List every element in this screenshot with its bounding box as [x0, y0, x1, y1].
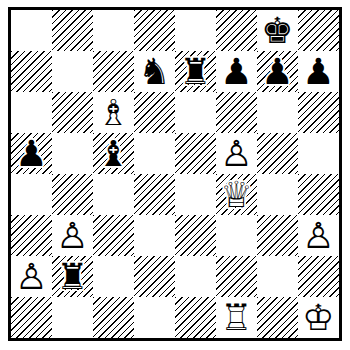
- square-c6[interactable]: ♝♗: [93, 92, 134, 133]
- piece-glyph: ♚: [257, 10, 298, 51]
- square-a8[interactable]: [11, 10, 52, 51]
- square-a7[interactable]: [11, 51, 52, 92]
- square-e6[interactable]: [175, 92, 216, 133]
- black-king-icon[interactable]: ♚♚: [257, 10, 298, 51]
- square-g1[interactable]: [257, 297, 298, 338]
- square-c5[interactable]: ♝♝: [93, 133, 134, 174]
- square-e1[interactable]: [175, 297, 216, 338]
- square-g5[interactable]: [257, 133, 298, 174]
- square-h6[interactable]: [298, 92, 339, 133]
- square-f3[interactable]: [216, 215, 257, 256]
- square-f2[interactable]: [216, 256, 257, 297]
- square-a5[interactable]: ♟♟: [11, 133, 52, 174]
- square-a3[interactable]: [11, 215, 52, 256]
- square-e7[interactable]: ♜♜: [175, 51, 216, 92]
- square-d4[interactable]: [134, 174, 175, 215]
- square-e5[interactable]: [175, 133, 216, 174]
- white-rook-icon[interactable]: ♜♖: [216, 297, 257, 338]
- white-king-icon[interactable]: ♚♔: [298, 297, 339, 338]
- square-f8[interactable]: [216, 10, 257, 51]
- chess-diagram-page: ♚♚♞♞♜♜♟♟♟♟♟♟♝♗♟♟♝♝♟♙♛♕♟♙♟♙♟♙♜♜♜♖♚♔: [0, 0, 350, 350]
- piece-glyph: ♞: [134, 51, 175, 92]
- black-pawn-icon[interactable]: ♟♟: [257, 51, 298, 92]
- square-h5[interactable]: [298, 133, 339, 174]
- piece-glyph: ♜: [175, 51, 216, 92]
- square-c4[interactable]: [93, 174, 134, 215]
- square-g8[interactable]: ♚♚: [257, 10, 298, 51]
- square-f5[interactable]: ♟♙: [216, 133, 257, 174]
- white-pawn-icon[interactable]: ♟♙: [11, 256, 52, 297]
- square-e3[interactable]: [175, 215, 216, 256]
- piece-glyph: ♙: [11, 256, 52, 297]
- black-rook-icon[interactable]: ♜♜: [175, 51, 216, 92]
- square-b8[interactable]: [52, 10, 93, 51]
- piece-glyph: ♟: [298, 51, 339, 92]
- piece-glyph: ♟: [11, 133, 52, 174]
- square-d3[interactable]: [134, 215, 175, 256]
- piece-glyph: ♝: [93, 133, 134, 174]
- white-pawn-icon[interactable]: ♟♙: [52, 215, 93, 256]
- white-bishop-icon[interactable]: ♝♗: [93, 92, 134, 133]
- square-d6[interactable]: [134, 92, 175, 133]
- square-c8[interactable]: [93, 10, 134, 51]
- square-b5[interactable]: [52, 133, 93, 174]
- square-g7[interactable]: ♟♟: [257, 51, 298, 92]
- piece-glyph: ♗: [93, 92, 134, 133]
- square-b1[interactable]: [52, 297, 93, 338]
- square-g4[interactable]: [257, 174, 298, 215]
- square-h3[interactable]: ♟♙: [298, 215, 339, 256]
- square-c3[interactable]: [93, 215, 134, 256]
- black-bishop-icon[interactable]: ♝♝: [93, 133, 134, 174]
- white-queen-icon[interactable]: ♛♕: [216, 174, 257, 215]
- square-a4[interactable]: [11, 174, 52, 215]
- piece-glyph: ♟: [216, 51, 257, 92]
- white-pawn-icon[interactable]: ♟♙: [298, 215, 339, 256]
- square-d2[interactable]: [134, 256, 175, 297]
- piece-glyph: ♟: [257, 51, 298, 92]
- square-h4[interactable]: [298, 174, 339, 215]
- square-g6[interactable]: [257, 92, 298, 133]
- black-rook-icon[interactable]: ♜♜: [52, 256, 93, 297]
- square-e2[interactable]: [175, 256, 216, 297]
- piece-glyph: ♙: [298, 215, 339, 256]
- square-h7[interactable]: ♟♟: [298, 51, 339, 92]
- square-a6[interactable]: [11, 92, 52, 133]
- square-c1[interactable]: [93, 297, 134, 338]
- square-f4[interactable]: ♛♕: [216, 174, 257, 215]
- piece-glyph: ♔: [298, 297, 339, 338]
- square-e4[interactable]: [175, 174, 216, 215]
- square-g2[interactable]: [257, 256, 298, 297]
- square-f7[interactable]: ♟♟: [216, 51, 257, 92]
- square-c2[interactable]: [93, 256, 134, 297]
- piece-glyph: ♙: [216, 133, 257, 174]
- square-f6[interactable]: [216, 92, 257, 133]
- square-c7[interactable]: [93, 51, 134, 92]
- black-pawn-icon[interactable]: ♟♟: [298, 51, 339, 92]
- chess-board: ♚♚♞♞♜♜♟♟♟♟♟♟♝♗♟♟♝♝♟♙♛♕♟♙♟♙♟♙♜♜♜♖♚♔: [8, 7, 342, 341]
- square-g3[interactable]: [257, 215, 298, 256]
- square-d7[interactable]: ♞♞: [134, 51, 175, 92]
- square-h8[interactable]: [298, 10, 339, 51]
- piece-glyph: ♜: [52, 256, 93, 297]
- square-e8[interactable]: [175, 10, 216, 51]
- black-knight-icon[interactable]: ♞♞: [134, 51, 175, 92]
- white-pawn-icon[interactable]: ♟♙: [216, 133, 257, 174]
- square-a2[interactable]: ♟♙: [11, 256, 52, 297]
- square-b3[interactable]: ♟♙: [52, 215, 93, 256]
- square-a1[interactable]: [11, 297, 52, 338]
- square-d1[interactable]: [134, 297, 175, 338]
- piece-glyph: ♖: [216, 297, 257, 338]
- square-b6[interactable]: [52, 92, 93, 133]
- square-b7[interactable]: [52, 51, 93, 92]
- piece-glyph: ♕: [216, 174, 257, 215]
- square-d8[interactable]: [134, 10, 175, 51]
- black-pawn-icon[interactable]: ♟♟: [11, 133, 52, 174]
- square-h1[interactable]: ♚♔: [298, 297, 339, 338]
- square-d5[interactable]: [134, 133, 175, 174]
- square-h2[interactable]: [298, 256, 339, 297]
- square-b4[interactable]: [52, 174, 93, 215]
- square-b2[interactable]: ♜♜: [52, 256, 93, 297]
- piece-glyph: ♙: [52, 215, 93, 256]
- square-f1[interactable]: ♜♖: [216, 297, 257, 338]
- black-pawn-icon[interactable]: ♟♟: [216, 51, 257, 92]
